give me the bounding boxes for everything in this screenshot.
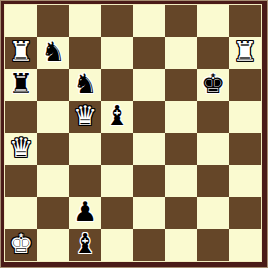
black-bishop: ♝: [73, 228, 97, 260]
square-e2[interactable]: [133, 197, 165, 229]
square-c3[interactable]: [69, 165, 101, 197]
square-d6[interactable]: [101, 69, 133, 101]
square-c4[interactable]: [69, 133, 101, 165]
square-f4[interactable]: [165, 133, 197, 165]
square-c2[interactable]: ♟: [69, 197, 101, 229]
chess-board: ♜♞♜♜♞♚♛♝♛♟♚♝: [4, 4, 262, 262]
square-b3[interactable]: [37, 165, 69, 197]
square-g8[interactable]: [197, 5, 229, 37]
square-g4[interactable]: [197, 133, 229, 165]
square-b7[interactable]: ♞: [37, 37, 69, 69]
black-knight: ♞: [73, 68, 97, 100]
square-a5[interactable]: [5, 101, 37, 133]
square-b8[interactable]: [37, 5, 69, 37]
square-b1[interactable]: [37, 229, 69, 261]
square-e6[interactable]: [133, 69, 165, 101]
square-f7[interactable]: [165, 37, 197, 69]
square-g7[interactable]: [197, 37, 229, 69]
square-g2[interactable]: [197, 197, 229, 229]
square-f8[interactable]: [165, 5, 197, 37]
square-h7[interactable]: ♜: [229, 37, 261, 69]
square-h1[interactable]: [229, 229, 261, 261]
square-b2[interactable]: [37, 197, 69, 229]
square-c1[interactable]: ♝: [69, 229, 101, 261]
white-queen: ♛: [9, 132, 33, 164]
square-c7[interactable]: [69, 37, 101, 69]
black-pawn: ♟: [73, 196, 97, 228]
black-king: ♚: [201, 68, 225, 100]
white-queen: ♛: [73, 100, 97, 132]
square-e5[interactable]: [133, 101, 165, 133]
square-d7[interactable]: [101, 37, 133, 69]
black-rook: ♜: [9, 68, 33, 100]
square-g3[interactable]: [197, 165, 229, 197]
square-f6[interactable]: [165, 69, 197, 101]
square-e7[interactable]: [133, 37, 165, 69]
square-h8[interactable]: [229, 5, 261, 37]
square-h3[interactable]: [229, 165, 261, 197]
square-h6[interactable]: [229, 69, 261, 101]
square-d8[interactable]: [101, 5, 133, 37]
square-a8[interactable]: [5, 5, 37, 37]
square-a7[interactable]: ♜: [5, 37, 37, 69]
square-a1[interactable]: ♚: [5, 229, 37, 261]
square-d2[interactable]: [101, 197, 133, 229]
square-g6[interactable]: ♚: [197, 69, 229, 101]
square-c6[interactable]: ♞: [69, 69, 101, 101]
square-h5[interactable]: [229, 101, 261, 133]
square-g5[interactable]: [197, 101, 229, 133]
board-frame: ♜♞♜♜♞♚♛♝♛♟♚♝: [0, 0, 268, 268]
square-e4[interactable]: [133, 133, 165, 165]
square-a3[interactable]: [5, 165, 37, 197]
square-h2[interactable]: [229, 197, 261, 229]
square-a4[interactable]: ♛: [5, 133, 37, 165]
square-a2[interactable]: [5, 197, 37, 229]
square-e3[interactable]: [133, 165, 165, 197]
black-bishop: ♝: [105, 100, 129, 132]
white-rook: ♜: [9, 36, 33, 68]
square-d3[interactable]: [101, 165, 133, 197]
square-f1[interactable]: [165, 229, 197, 261]
square-e1[interactable]: [133, 229, 165, 261]
square-b6[interactable]: [37, 69, 69, 101]
square-f3[interactable]: [165, 165, 197, 197]
square-b5[interactable]: [37, 101, 69, 133]
white-rook: ♜: [233, 36, 257, 68]
square-d1[interactable]: [101, 229, 133, 261]
square-b4[interactable]: [37, 133, 69, 165]
white-king: ♚: [9, 228, 33, 260]
square-a6[interactable]: ♜: [5, 69, 37, 101]
square-c5[interactable]: ♛: [69, 101, 101, 133]
square-g1[interactable]: [197, 229, 229, 261]
square-f5[interactable]: [165, 101, 197, 133]
square-e8[interactable]: [133, 5, 165, 37]
square-d4[interactable]: [101, 133, 133, 165]
square-d5[interactable]: ♝: [101, 101, 133, 133]
square-c8[interactable]: [69, 5, 101, 37]
square-h4[interactable]: [229, 133, 261, 165]
black-knight: ♞: [41, 36, 65, 68]
square-f2[interactable]: [165, 197, 197, 229]
